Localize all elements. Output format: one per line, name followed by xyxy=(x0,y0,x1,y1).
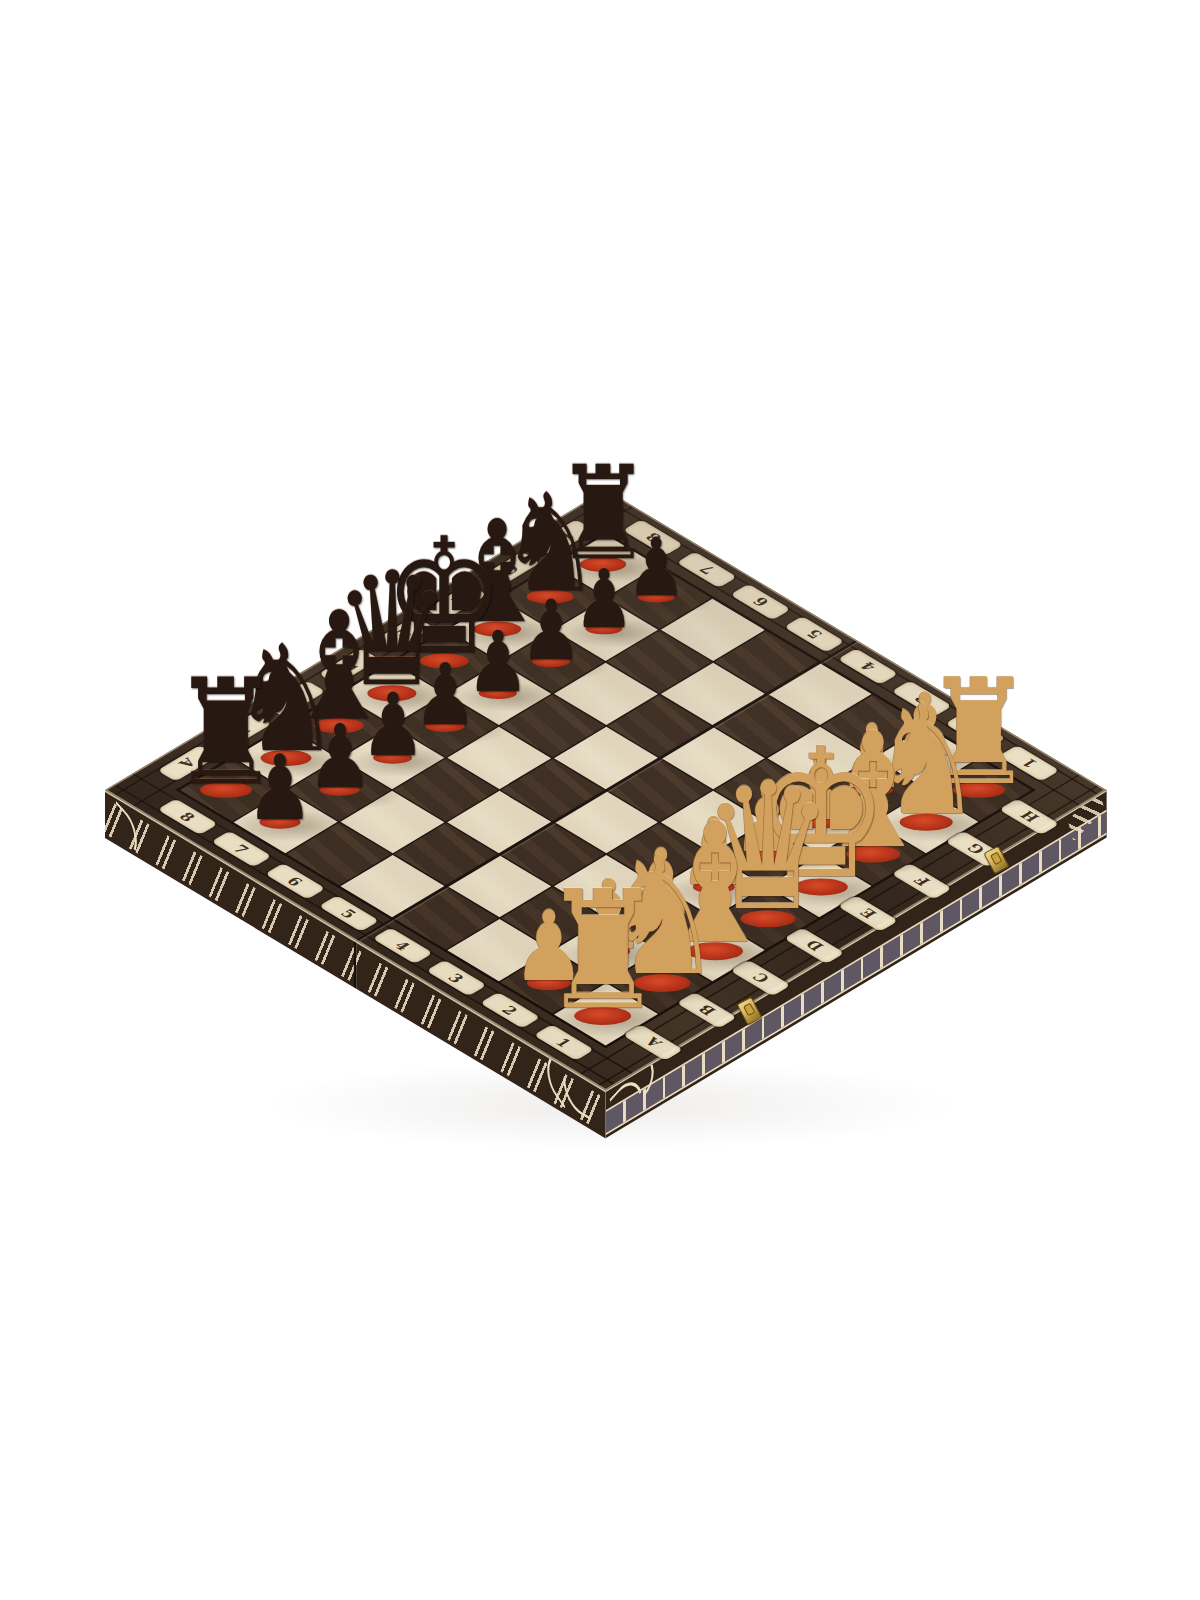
pawn-glyph: ♟ xyxy=(307,713,373,801)
fold-seam-side xyxy=(354,941,356,988)
pawn-glyph: ♟ xyxy=(246,744,314,834)
rook-glyph: ♜ xyxy=(541,868,664,1031)
product-photo-scene: AABBCCDDEEFFGGHH1122334455667788 ♜♞♟♝♟♚♟… xyxy=(0,0,1200,1600)
pawn-glyph: ♟ xyxy=(626,527,686,607)
pawn-glyph: ♟ xyxy=(573,559,634,640)
